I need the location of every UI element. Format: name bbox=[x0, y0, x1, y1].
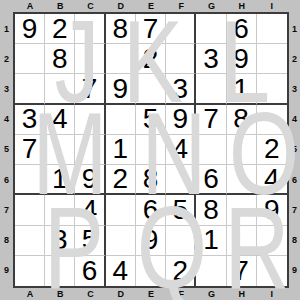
given-digit: 2 bbox=[172, 257, 188, 285]
col-label-top-A: A bbox=[15, 0, 45, 12]
given-digit: 9 bbox=[143, 226, 159, 254]
cell-F4[interactable]: 9 bbox=[166, 105, 196, 135]
given-digit: 8 bbox=[203, 196, 219, 224]
row-label-right-6: 6 bbox=[289, 165, 300, 195]
cell-G4[interactable]: 7 bbox=[196, 105, 226, 135]
given-digit: 1 bbox=[52, 165, 68, 193]
row-label-left-7: 7 bbox=[0, 195, 13, 225]
given-digit: 8 bbox=[112, 15, 128, 43]
given-digit: 9 bbox=[172, 105, 188, 133]
cell-H3[interactable]: 1 bbox=[227, 74, 257, 104]
cell-G7[interactable]: 8 bbox=[196, 195, 226, 225]
cell-E2[interactable]: 2 bbox=[136, 44, 166, 74]
given-digit: 2 bbox=[52, 15, 68, 43]
cell-C4[interactable] bbox=[75, 105, 105, 135]
cell-I9[interactable] bbox=[257, 256, 287, 286]
row-label-left-6: 6 bbox=[0, 165, 13, 195]
given-digit: 7 bbox=[203, 105, 219, 133]
col-label-top-D: D bbox=[106, 0, 136, 12]
cell-H2[interactable]: 9 bbox=[227, 44, 257, 74]
cell-B5[interactable] bbox=[45, 135, 75, 165]
cell-C6[interactable]: 9 bbox=[75, 165, 105, 195]
cell-B2[interactable]: 8 bbox=[45, 44, 75, 74]
row-label-right-7: 7 bbox=[289, 195, 300, 225]
cell-H5[interactable] bbox=[227, 135, 257, 165]
col-label-bottom-G: G bbox=[196, 288, 226, 300]
sudoku-screenshot: ABCDEFGHI ABCDEFGHI 123456789 123456789 … bbox=[0, 0, 300, 300]
given-digit: 1 bbox=[203, 226, 219, 254]
cell-B1[interactable]: 2 bbox=[45, 14, 75, 44]
cell-F2[interactable] bbox=[166, 44, 196, 74]
cell-D6[interactable]: 2 bbox=[106, 165, 136, 195]
given-digit: 8 bbox=[233, 105, 249, 133]
row-label-left-8: 8 bbox=[0, 226, 13, 256]
cell-D1[interactable]: 8 bbox=[106, 14, 136, 44]
cell-B8[interactable]: 3 bbox=[45, 226, 75, 256]
cell-H6[interactable] bbox=[227, 165, 257, 195]
given-digit: 8 bbox=[143, 165, 159, 193]
col-label-top-H: H bbox=[227, 0, 257, 12]
col-label-top-C: C bbox=[75, 0, 105, 12]
cell-D5[interactable]: 1 bbox=[106, 135, 136, 165]
given-digit: 9 bbox=[112, 75, 128, 103]
row-label-right-9: 9 bbox=[289, 256, 300, 286]
given-digit: 9 bbox=[22, 15, 38, 43]
cell-G8[interactable]: 1 bbox=[196, 226, 226, 256]
cell-F8[interactable] bbox=[166, 226, 196, 256]
cell-A2[interactable] bbox=[15, 44, 45, 74]
column-labels-top: ABCDEFGHI bbox=[15, 0, 287, 12]
given-digit: 9 bbox=[233, 45, 249, 73]
given-digit: 6 bbox=[203, 165, 219, 193]
cell-F7[interactable]: 5 bbox=[166, 195, 196, 225]
cell-A7[interactable] bbox=[15, 195, 45, 225]
given-digit: 9 bbox=[82, 165, 98, 193]
cell-A5[interactable]: 7 bbox=[15, 135, 45, 165]
cell-A1[interactable]: 9 bbox=[15, 14, 45, 44]
given-digit: 6 bbox=[143, 196, 159, 224]
given-digit: 3 bbox=[172, 75, 188, 103]
cell-C5[interactable] bbox=[75, 135, 105, 165]
cell-E4[interactable]: 5 bbox=[136, 105, 166, 135]
col-label-bottom-C: C bbox=[75, 288, 105, 300]
given-digit: 5 bbox=[82, 226, 98, 254]
given-digit: 2 bbox=[143, 45, 159, 73]
col-label-top-I: I bbox=[257, 0, 287, 12]
col-label-bottom-E: E bbox=[136, 288, 166, 300]
cell-E1[interactable]: 7 bbox=[136, 14, 166, 44]
cell-A4[interactable]: 3 bbox=[15, 105, 45, 135]
cell-E6[interactable]: 8 bbox=[136, 165, 166, 195]
cell-A9[interactable] bbox=[15, 256, 45, 286]
column-labels-bottom: ABCDEFGHI bbox=[15, 288, 287, 300]
cell-H4[interactable]: 8 bbox=[227, 105, 257, 135]
given-digit: 2 bbox=[264, 135, 280, 163]
cell-H9[interactable]: 7 bbox=[227, 256, 257, 286]
cell-E7[interactable]: 6 bbox=[136, 195, 166, 225]
given-digit: 8 bbox=[52, 45, 68, 73]
row-label-left-2: 2 bbox=[0, 44, 13, 74]
row-label-right-1: 1 bbox=[289, 14, 300, 44]
sudoku-grid: 9287682397931345978714219286446589359164… bbox=[15, 14, 287, 286]
cell-G3[interactable] bbox=[196, 74, 226, 104]
cell-H7[interactable] bbox=[227, 195, 257, 225]
given-digit: 4 bbox=[52, 105, 68, 133]
row-label-left-4: 4 bbox=[0, 105, 13, 135]
given-digit: 7 bbox=[22, 135, 38, 163]
given-digit: 4 bbox=[82, 196, 98, 224]
col-label-top-G: G bbox=[196, 0, 226, 12]
cell-D2[interactable] bbox=[106, 44, 136, 74]
cell-D9[interactable]: 4 bbox=[106, 256, 136, 286]
row-label-right-2: 2 bbox=[289, 44, 300, 74]
cell-E5[interactable] bbox=[136, 135, 166, 165]
cell-H1[interactable]: 6 bbox=[227, 14, 257, 44]
row-label-left-5: 5 bbox=[0, 135, 13, 165]
row-label-right-5: 5 bbox=[289, 135, 300, 165]
col-label-bottom-I: I bbox=[257, 288, 287, 300]
given-digit: 4 bbox=[264, 165, 280, 193]
cell-C2[interactable] bbox=[75, 44, 105, 74]
given-digit: 7 bbox=[143, 15, 159, 43]
cell-G2[interactable]: 3 bbox=[196, 44, 226, 74]
cell-G6[interactable]: 6 bbox=[196, 165, 226, 195]
cell-I4[interactable] bbox=[257, 105, 287, 135]
cell-A8[interactable] bbox=[15, 226, 45, 256]
cell-C7[interactable]: 4 bbox=[75, 195, 105, 225]
given-digit: 1 bbox=[112, 135, 128, 163]
cell-B3[interactable] bbox=[45, 74, 75, 104]
col-label-top-B: B bbox=[45, 0, 75, 12]
cell-G1[interactable] bbox=[196, 14, 226, 44]
row-labels-right: 123456789 bbox=[289, 14, 300, 286]
cell-H8[interactable] bbox=[227, 226, 257, 256]
cell-D3[interactable]: 9 bbox=[106, 74, 136, 104]
given-digit: 6 bbox=[82, 257, 98, 285]
given-digit: 7 bbox=[233, 257, 249, 285]
given-digit: 3 bbox=[22, 105, 38, 133]
row-label-right-4: 4 bbox=[289, 105, 300, 135]
cell-E8[interactable]: 9 bbox=[136, 226, 166, 256]
cell-D4[interactable] bbox=[106, 105, 136, 135]
given-digit: 9 bbox=[264, 196, 280, 224]
cell-A3[interactable] bbox=[15, 74, 45, 104]
cell-B9[interactable] bbox=[45, 256, 75, 286]
given-digit: 4 bbox=[172, 135, 188, 163]
cell-F5[interactable]: 4 bbox=[166, 135, 196, 165]
given-digit: 1 bbox=[233, 75, 249, 103]
cell-G9[interactable] bbox=[196, 256, 226, 286]
cell-C8[interactable]: 5 bbox=[75, 226, 105, 256]
cell-F3[interactable]: 3 bbox=[166, 74, 196, 104]
cell-D7[interactable] bbox=[106, 195, 136, 225]
col-label-bottom-B: B bbox=[45, 288, 75, 300]
cell-B4[interactable]: 4 bbox=[45, 105, 75, 135]
col-label-bottom-D: D bbox=[106, 288, 136, 300]
col-label-bottom-H: H bbox=[227, 288, 257, 300]
col-label-top-E: E bbox=[136, 0, 166, 12]
row-label-left-3: 3 bbox=[0, 74, 13, 104]
cell-B6[interactable]: 1 bbox=[45, 165, 75, 195]
cell-I3[interactable] bbox=[257, 74, 287, 104]
row-labels-left: 123456789 bbox=[0, 14, 13, 286]
sudoku-board: JKLMNOPQR 928768239793134597871421928644… bbox=[13, 12, 289, 288]
row-label-left-1: 1 bbox=[0, 14, 13, 44]
given-digit: 6 bbox=[233, 15, 249, 43]
cell-E3[interactable] bbox=[136, 74, 166, 104]
cell-I7[interactable]: 9 bbox=[257, 195, 287, 225]
col-label-bottom-A: A bbox=[15, 288, 45, 300]
cell-I5[interactable]: 2 bbox=[257, 135, 287, 165]
cell-A6[interactable] bbox=[15, 165, 45, 195]
cell-C9[interactable]: 6 bbox=[75, 256, 105, 286]
given-digit: 5 bbox=[143, 105, 159, 133]
given-digit: 2 bbox=[112, 165, 128, 193]
cell-F6[interactable] bbox=[166, 165, 196, 195]
cell-I1[interactable] bbox=[257, 14, 287, 44]
given-digit: 7 bbox=[82, 75, 98, 103]
given-digit: 3 bbox=[52, 226, 68, 254]
col-label-bottom-F: F bbox=[166, 288, 196, 300]
given-digit: 4 bbox=[112, 257, 128, 285]
cell-F1[interactable] bbox=[166, 14, 196, 44]
row-label-right-3: 3 bbox=[289, 74, 300, 104]
cell-D8[interactable] bbox=[106, 226, 136, 256]
given-digit: 3 bbox=[203, 45, 219, 73]
row-label-right-8: 8 bbox=[289, 226, 300, 256]
cell-G5[interactable] bbox=[196, 135, 226, 165]
cell-I6[interactable]: 4 bbox=[257, 165, 287, 195]
given-digit: 5 bbox=[172, 196, 188, 224]
cell-B7[interactable] bbox=[45, 195, 75, 225]
cell-I8[interactable] bbox=[257, 226, 287, 256]
cell-C1[interactable] bbox=[75, 14, 105, 44]
col-label-top-F: F bbox=[166, 0, 196, 12]
cell-C3[interactable]: 7 bbox=[75, 74, 105, 104]
cell-F9[interactable]: 2 bbox=[166, 256, 196, 286]
row-label-left-9: 9 bbox=[0, 256, 13, 286]
cell-E9[interactable] bbox=[136, 256, 166, 286]
cell-I2[interactable] bbox=[257, 44, 287, 74]
